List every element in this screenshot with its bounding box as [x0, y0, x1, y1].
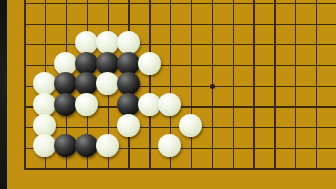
stone-black: [117, 72, 140, 95]
stone-black: [117, 93, 140, 116]
stone-black: [54, 72, 77, 95]
stone-black: [75, 72, 98, 95]
grid-line-h: [24, 24, 336, 25]
stone-white: [117, 114, 140, 137]
stone-black: [75, 134, 98, 157]
stone-black: [54, 134, 77, 157]
stone-black: [54, 93, 77, 116]
grid-line-h: [24, 168, 336, 170]
stone-white: [138, 52, 161, 75]
stone-white: [96, 31, 119, 54]
stone-white: [33, 72, 56, 95]
stone-black: [75, 52, 98, 75]
stone-white: [33, 93, 56, 116]
stone-white: [75, 31, 98, 54]
stone-white: [138, 93, 161, 116]
go-board[interactable]: [0, 0, 336, 189]
grid-line-h: [24, 3, 336, 4]
stone-white: [117, 31, 140, 54]
grid-line-h: [24, 44, 336, 45]
stone-white: [33, 114, 56, 137]
stone-white: [96, 134, 119, 157]
stone-white: [158, 134, 181, 157]
stone-white: [179, 114, 202, 137]
screen: [0, 0, 336, 189]
stone-black: [117, 52, 140, 75]
window-edge-strip: [0, 0, 7, 189]
stone-white: [96, 72, 119, 95]
stone-white: [33, 134, 56, 157]
stone-white: [54, 52, 77, 75]
star-point: [210, 84, 215, 89]
stone-white: [158, 93, 181, 116]
stone-black: [96, 52, 119, 75]
stone-white: [75, 93, 98, 116]
